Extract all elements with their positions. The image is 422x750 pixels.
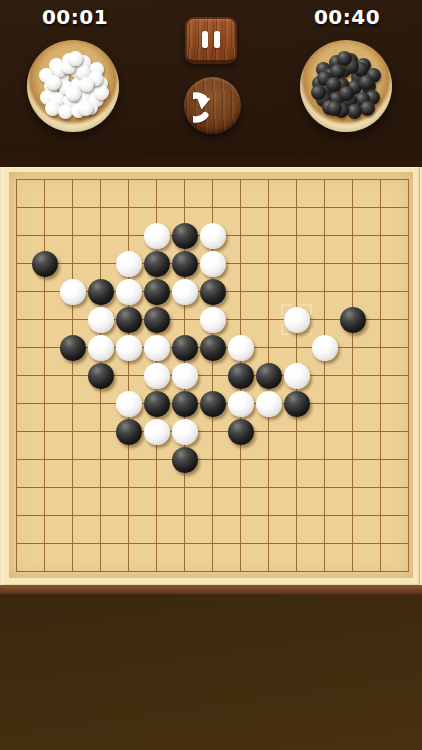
- stone-white: [144, 419, 170, 445]
- stone-black: [256, 363, 282, 389]
- stone-black: [200, 391, 226, 417]
- stone-white: [88, 307, 114, 333]
- stone-white: [144, 223, 170, 249]
- stone-black: [200, 279, 226, 305]
- stone-black: [144, 279, 170, 305]
- stone-black: [228, 363, 254, 389]
- bowl-stone-black: [327, 101, 342, 116]
- bowl-stone-black: [311, 85, 326, 100]
- stone-black: [116, 419, 142, 445]
- stone-black: [116, 307, 142, 333]
- restart-button[interactable]: [184, 77, 241, 134]
- stone-black: [172, 223, 198, 249]
- pause-button[interactable]: [185, 17, 237, 64]
- stone-white: [60, 279, 86, 305]
- stone-white: [144, 335, 170, 361]
- stone-white: [312, 335, 338, 361]
- pause-icon: [187, 19, 235, 60]
- stone-black: [284, 391, 310, 417]
- bowl-stone-white: [46, 75, 61, 90]
- stone-black: [144, 251, 170, 277]
- stone-white: [284, 307, 310, 333]
- bowl-stone-black: [360, 101, 375, 116]
- stone-black: [32, 251, 58, 277]
- stone-white: [284, 363, 310, 389]
- stone-white: [200, 307, 226, 333]
- stone-black: [88, 363, 114, 389]
- stone-black: [172, 447, 198, 473]
- stone-black: [60, 335, 86, 361]
- stone-white: [116, 251, 142, 277]
- stone-white: [172, 419, 198, 445]
- board-frame-bottom: [0, 585, 422, 594]
- bowl-stone-black: [347, 104, 362, 119]
- bowl-stone-white: [94, 85, 109, 100]
- stone-black: [144, 307, 170, 333]
- stone-white: [144, 363, 170, 389]
- stone-white: [116, 279, 142, 305]
- stone-white: [116, 391, 142, 417]
- stone-black: [200, 335, 226, 361]
- gomoku-app: 00:01 00:40: [0, 0, 422, 750]
- stone-white: [172, 363, 198, 389]
- stone-white: [256, 391, 282, 417]
- stone-white: [172, 279, 198, 305]
- board-surface[interactable]: [9, 172, 413, 578]
- stone-black: [172, 251, 198, 277]
- bowl-stone-white: [79, 77, 94, 92]
- bowl-stone-white: [66, 86, 81, 101]
- bowl-stone-white: [78, 101, 93, 116]
- stone-white: [228, 391, 254, 417]
- restart-icon: [193, 86, 233, 126]
- stone-black: [340, 307, 366, 333]
- stone-white: [228, 335, 254, 361]
- stone-white: [116, 335, 142, 361]
- bowl-stone-black: [339, 86, 354, 101]
- stone-black: [172, 335, 198, 361]
- stone-black: [172, 391, 198, 417]
- black-timer: 00:40: [292, 5, 402, 29]
- stone-white: [88, 335, 114, 361]
- stone-black: [228, 419, 254, 445]
- bowl-stone-black: [337, 51, 352, 66]
- bowl-stone-black: [326, 77, 341, 92]
- stone-white: [200, 251, 226, 277]
- white-stone-bowl: [27, 40, 119, 132]
- game-board: [0, 158, 422, 594]
- bowl-stone-black: [359, 75, 374, 90]
- bowl-stone-white: [68, 51, 83, 66]
- stone-white: [200, 223, 226, 249]
- board-frame-top: [0, 158, 422, 167]
- stone-black: [88, 279, 114, 305]
- white-timer: 00:01: [20, 5, 130, 29]
- black-stone-bowl: [300, 40, 392, 132]
- stone-black: [144, 391, 170, 417]
- placed-stones: [9, 172, 413, 578]
